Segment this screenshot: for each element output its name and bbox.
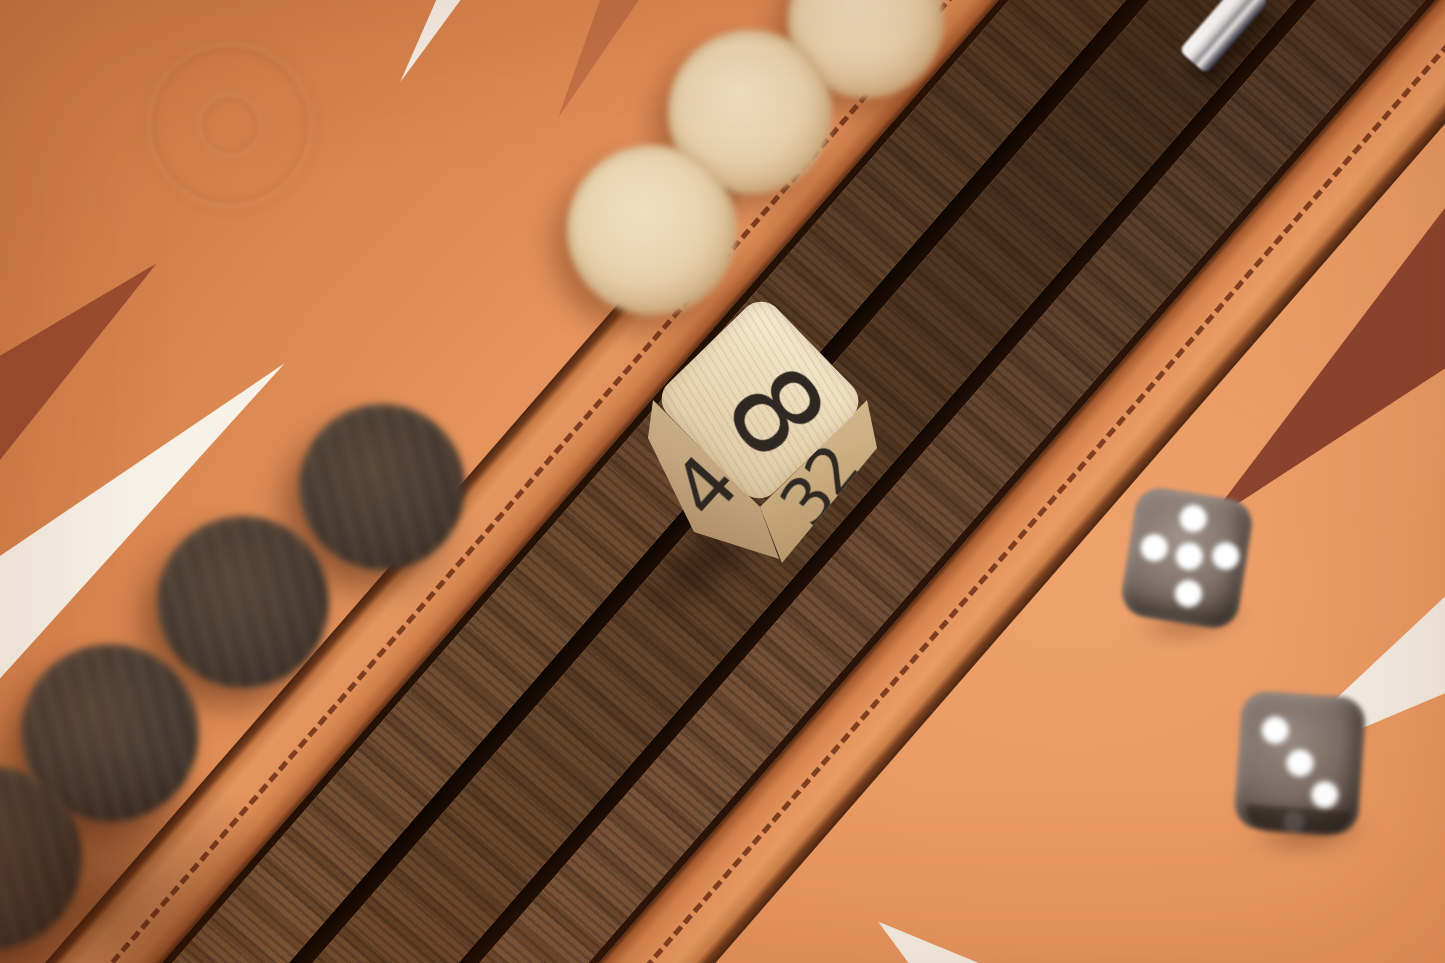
backgammon-board-photo: 4 32 8: [0, 0, 1445, 963]
die-pip: [1284, 747, 1316, 779]
die-pip: [1309, 779, 1341, 811]
checker-dark-1[interactable]: [299, 404, 465, 570]
doubling-cube[interactable]: 4 32 8: [630, 280, 890, 580]
die-pip: [1137, 531, 1171, 565]
embossed-logo: [138, 33, 322, 217]
die-pip: [1209, 539, 1243, 573]
die-pip: [1281, 809, 1307, 835]
die-pip: [1171, 577, 1205, 611]
die-pip: [1259, 714, 1291, 746]
die-pip: [1176, 501, 1210, 535]
checker-dark-2[interactable]: [157, 516, 329, 688]
die-three[interactable]: [1233, 690, 1366, 836]
die-five[interactable]: [1119, 485, 1256, 632]
die-pip: [1172, 539, 1206, 573]
